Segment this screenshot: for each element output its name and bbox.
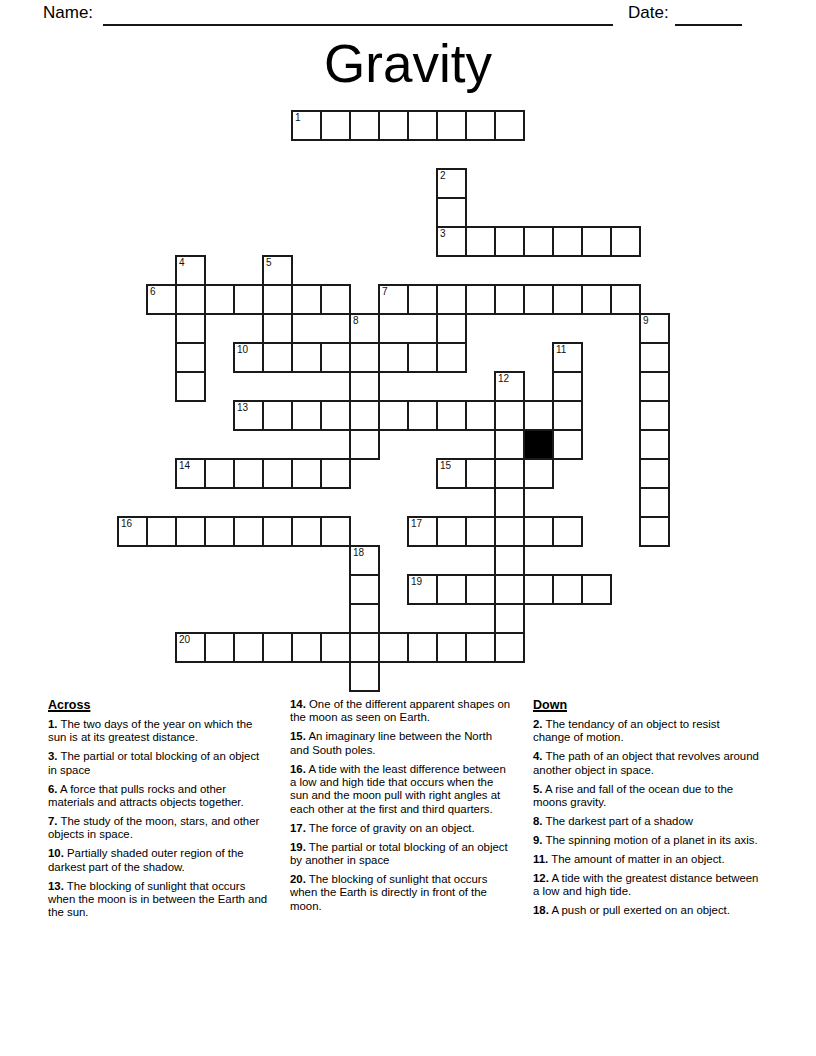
crossword-cell[interactable]: 8 <box>349 313 380 344</box>
clue-10: 10. Partially shaded outer region of the… <box>48 847 270 874</box>
clue-number: 2 <box>440 170 446 181</box>
clue-number: 18 <box>353 547 364 558</box>
crossword-cell[interactable] <box>552 371 583 402</box>
crossword-cell[interactable]: 15 <box>436 458 467 489</box>
crossword-cell[interactable] <box>436 342 467 373</box>
crossword-cell[interactable] <box>436 197 467 228</box>
crossword-cell[interactable]: 18 <box>349 545 380 576</box>
clue-16: 16. A tide with the least difference bet… <box>290 763 512 817</box>
clue-number-label: 11. <box>533 853 548 865</box>
crossword-cell[interactable] <box>349 632 380 663</box>
crossword-cell[interactable] <box>291 342 322 373</box>
clue-11: 11. The amount of matter in an object. <box>533 853 759 866</box>
crossword-cell[interactable]: 14 <box>175 458 206 489</box>
across-clues-column-1: Across 1. The two days of the year on wh… <box>48 698 270 925</box>
crossword-cell[interactable] <box>175 516 206 547</box>
crossword-cell[interactable] <box>494 574 525 605</box>
clue-number: 20 <box>179 634 190 645</box>
crossword-cell[interactable] <box>523 226 554 257</box>
crossword-cell[interactable] <box>465 226 496 257</box>
crossword-cell[interactable] <box>465 574 496 605</box>
crossword-cell[interactable] <box>523 400 554 431</box>
clue-2: 2. The tendancy of an object to resist c… <box>533 718 759 745</box>
clue-number: 19 <box>411 576 422 587</box>
clue-number-label: 17. <box>290 822 306 834</box>
clue-number: 10 <box>237 344 248 355</box>
crossword-cell[interactable] <box>204 516 235 547</box>
clue-number-label: 10. <box>48 847 64 859</box>
crossword-cell[interactable] <box>291 400 322 431</box>
crossword-cell[interactable] <box>320 342 351 373</box>
clue-14: 14. One of the different apparent shapes… <box>290 698 512 725</box>
clue-number-label: 12. <box>533 872 549 884</box>
clue-number-label: 2. <box>533 718 543 730</box>
name-field-line[interactable] <box>103 24 613 26</box>
crossword-cell[interactable] <box>407 342 438 373</box>
crossword-cell[interactable] <box>204 632 235 663</box>
crossword-cell[interactable] <box>262 313 293 344</box>
crossword-cell[interactable] <box>262 342 293 373</box>
crossword-cell[interactable] <box>320 400 351 431</box>
crossword-cell[interactable] <box>610 284 641 315</box>
crossword-cell[interactable]: 7 <box>378 284 409 315</box>
clue-number-label: 13. <box>48 880 64 892</box>
crossword-cell[interactable] <box>639 458 670 489</box>
down-heading: Down <box>533 698 759 712</box>
clue-number: 9 <box>643 315 649 326</box>
crossword-cell[interactable] <box>494 400 525 431</box>
clue-8: 8. The darkest part of a shadow <box>533 815 759 828</box>
crossword-cell[interactable] <box>349 342 380 373</box>
crossword-cell[interactable] <box>378 110 409 141</box>
crossword-cell[interactable] <box>349 661 380 692</box>
crossword-cell[interactable] <box>494 545 525 576</box>
crossword-cell[interactable] <box>175 342 206 373</box>
crossword-cell[interactable] <box>407 632 438 663</box>
clue-number: 11 <box>556 344 566 355</box>
date-field-line[interactable] <box>675 24 742 26</box>
crossword-cell[interactable] <box>407 284 438 315</box>
clue-4: 4. The path of an object that revolves a… <box>533 750 759 777</box>
clue-number: 5 <box>266 257 272 268</box>
crossword-cell[interactable] <box>639 342 670 373</box>
clue-number-label: 19. <box>290 841 306 853</box>
crossword-cell[interactable] <box>436 284 467 315</box>
crossword-cell[interactable] <box>494 429 525 460</box>
clue-6: 6. A force that pulls rocks and other ma… <box>48 783 270 810</box>
clue-12: 12. A tide with the greatest distance be… <box>533 872 759 899</box>
crossword-cell[interactable] <box>320 284 351 315</box>
crossword-cell[interactable]: 10 <box>233 342 264 373</box>
crossword-cell[interactable] <box>291 632 322 663</box>
crossword-cell[interactable] <box>436 313 467 344</box>
crossword-cell[interactable] <box>262 632 293 663</box>
crossword-cell[interactable]: 11 <box>552 342 583 373</box>
down-clues-column: Down 2. The tendancy of an object to res… <box>533 698 759 923</box>
clue-number-label: 6. <box>48 783 58 795</box>
crossword-cell[interactable]: 19 <box>407 574 438 605</box>
clue-15: 15. An imaginary line between the North … <box>290 730 512 757</box>
crossword-cell[interactable] <box>320 458 351 489</box>
crossword-cell[interactable] <box>204 458 235 489</box>
crossword-cell[interactable] <box>320 632 351 663</box>
crossword-cell[interactable]: 17 <box>407 516 438 547</box>
crossword-cell[interactable] <box>407 400 438 431</box>
crossword-cell[interactable] <box>436 516 467 547</box>
crossword-cell[interactable] <box>610 226 641 257</box>
clue-number: 8 <box>353 315 359 326</box>
crossword-cell[interactable] <box>639 516 670 547</box>
crossword-cell[interactable] <box>320 516 351 547</box>
clue-number-label: 15. <box>290 730 306 742</box>
crossword-cell[interactable]: 13 <box>233 400 264 431</box>
crossword-cell[interactable] <box>465 632 496 663</box>
crossword-cell[interactable] <box>349 429 380 460</box>
name-label: Name: <box>43 3 93 23</box>
clue-number-label: 16. <box>290 763 306 775</box>
crossword-cell[interactable]: 1 <box>291 110 322 141</box>
clue-number: 6 <box>150 286 156 297</box>
crossword-cell[interactable] <box>552 516 583 547</box>
clue-number-label: 7. <box>48 815 58 827</box>
clue-number: 7 <box>382 286 388 297</box>
clue-section: Across 1. The two days of the year on wh… <box>48 698 768 925</box>
crossword-cell[interactable] <box>494 458 525 489</box>
crossword-cell[interactable] <box>494 487 525 518</box>
crossword-cell[interactable] <box>523 516 554 547</box>
crossword-cell[interactable] <box>639 429 670 460</box>
crossword-cell[interactable] <box>436 574 467 605</box>
clue-number-label: 20. <box>290 873 306 885</box>
date-label: Date: <box>628 3 669 23</box>
crossword-cell[interactable] <box>378 342 409 373</box>
crossword-cell[interactable]: 5 <box>262 255 293 286</box>
crossword-cell[interactable] <box>523 284 554 315</box>
crossword-cell[interactable] <box>494 632 525 663</box>
black-cell <box>523 429 554 460</box>
crossword-cell[interactable] <box>581 226 612 257</box>
crossword-cell[interactable] <box>552 400 583 431</box>
crossword-cell[interactable] <box>494 516 525 547</box>
clue-number-label: 1. <box>48 718 58 730</box>
crossword-cell[interactable] <box>465 516 496 547</box>
crossword-cell[interactable] <box>233 516 264 547</box>
crossword-cell[interactable]: 16 <box>117 516 148 547</box>
clue-number: 14 <box>179 460 190 471</box>
crossword-grid: 1234567891011121314151617181920 <box>117 110 670 692</box>
clue-number: 17 <box>411 518 422 529</box>
crossword-cell[interactable] <box>436 400 467 431</box>
clue-number-label: 9. <box>533 834 543 846</box>
crossword-cell[interactable] <box>233 458 264 489</box>
clue-17: 17. The force of gravity on an object. <box>290 822 512 835</box>
crossword-cell[interactable] <box>349 603 380 634</box>
crossword-cell[interactable] <box>146 516 177 547</box>
crossword-cell[interactable] <box>349 371 380 402</box>
crossword-cell[interactable] <box>291 284 322 315</box>
clue-number-label: 5. <box>533 783 543 795</box>
clue-9: 9. The spinning motion of a planet in it… <box>533 834 759 847</box>
crossword-cell[interactable] <box>349 110 380 141</box>
clue-number-label: 3. <box>48 750 58 762</box>
across-heading: Across <box>48 698 270 712</box>
crossword-cell[interactable] <box>639 487 670 518</box>
clue-1: 1. The two days of the year on which the… <box>48 718 270 745</box>
clue-18: 18. A push or pull exerted on an object. <box>533 904 759 917</box>
crossword-cell[interactable] <box>436 110 467 141</box>
crossword-cell[interactable] <box>465 284 496 315</box>
clue-3: 3. The partial or total blocking of an o… <box>48 750 270 777</box>
crossword-cell[interactable] <box>639 400 670 431</box>
crossword-cell[interactable] <box>378 400 409 431</box>
clue-19: 19. The partial or total blocking of an … <box>290 841 512 868</box>
crossword-cell[interactable] <box>262 458 293 489</box>
crossword-cell[interactable] <box>349 400 380 431</box>
crossword-cell[interactable] <box>494 110 525 141</box>
crossword-cell[interactable]: 12 <box>494 371 525 402</box>
crossword-cell[interactable] <box>262 400 293 431</box>
crossword-cell[interactable] <box>465 400 496 431</box>
crossword-cell[interactable]: 20 <box>175 632 206 663</box>
crossword-cell[interactable] <box>523 574 554 605</box>
clue-number: 12 <box>498 373 509 384</box>
clue-number: 16 <box>121 518 132 529</box>
crossword-cell[interactable] <box>175 313 206 344</box>
clue-7: 7. The study of the moon, stars, and oth… <box>48 815 270 842</box>
crossword-cell[interactable]: 2 <box>436 168 467 199</box>
crossword-cell[interactable] <box>320 110 351 141</box>
crossword-cell[interactable] <box>494 284 525 315</box>
puzzle-title: Gravity <box>0 33 816 94</box>
crossword-cell[interactable] <box>552 429 583 460</box>
crossword-cell[interactable] <box>291 516 322 547</box>
crossword-cell[interactable] <box>175 371 206 402</box>
clue-number-label: 14. <box>290 698 306 710</box>
crossword-cell[interactable]: 9 <box>639 313 670 344</box>
clue-5: 5. A rise and fall of the ocean due to t… <box>533 783 759 810</box>
crossword-cell[interactable] <box>233 632 264 663</box>
crossword-cell[interactable] <box>407 110 438 141</box>
crossword-cell[interactable] <box>291 458 322 489</box>
clue-number: 15 <box>440 460 451 471</box>
crossword-cell[interactable] <box>581 284 612 315</box>
crossword-cell[interactable] <box>552 226 583 257</box>
crossword-cell[interactable] <box>436 632 467 663</box>
clue-number-label: 18. <box>533 904 549 916</box>
crossword-cell[interactable]: 3 <box>436 226 467 257</box>
crossword-cell[interactable] <box>552 284 583 315</box>
clue-number-label: 4. <box>533 750 543 762</box>
crossword-cell[interactable] <box>639 371 670 402</box>
clue-number: 3 <box>440 228 446 239</box>
crossword-cell[interactable] <box>204 284 235 315</box>
crossword-cell[interactable] <box>494 226 525 257</box>
crossword-cell[interactable] <box>233 284 264 315</box>
clue-number: 13 <box>237 402 248 413</box>
crossword-cell[interactable]: 6 <box>146 284 177 315</box>
clue-number-label: 8. <box>533 815 543 827</box>
crossword-cell[interactable]: 4 <box>175 255 206 286</box>
clue-number: 1 <box>295 112 301 123</box>
across-clues-column-2: 14. One of the different apparent shapes… <box>290 698 512 919</box>
crossword-cell[interactable] <box>262 284 293 315</box>
crossword-cell[interactable] <box>494 603 525 634</box>
crossword-cell[interactable] <box>523 458 554 489</box>
crossword-cell[interactable] <box>552 574 583 605</box>
clue-20: 20. The blocking of sunlight that occurs… <box>290 873 512 913</box>
crossword-cell[interactable] <box>465 458 496 489</box>
crossword-cell[interactable] <box>378 632 409 663</box>
clue-number: 4 <box>179 257 185 268</box>
crossword-cell[interactable] <box>175 284 206 315</box>
crossword-cell[interactable] <box>262 516 293 547</box>
clue-13: 13. The blocking of sunlight that occurs… <box>48 880 270 920</box>
crossword-cell[interactable] <box>349 574 380 605</box>
crossword-cell[interactable] <box>581 574 612 605</box>
crossword-cell[interactable] <box>465 110 496 141</box>
